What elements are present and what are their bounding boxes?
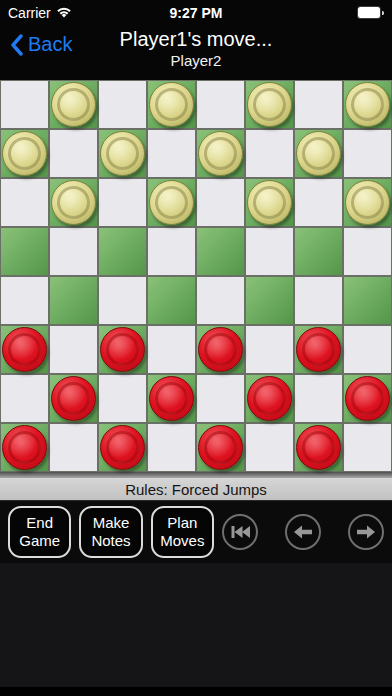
square-b2[interactable]: [49, 374, 98, 423]
square-b8[interactable]: [49, 80, 98, 129]
square-g5[interactable]: [294, 227, 343, 276]
square-a7[interactable]: [0, 129, 49, 178]
red-piece[interactable]: [296, 425, 341, 470]
square-h2[interactable]: [343, 374, 392, 423]
square-h5[interactable]: [343, 227, 392, 276]
square-h6[interactable]: [343, 178, 392, 227]
square-b7[interactable]: [49, 129, 98, 178]
square-d5[interactable]: [147, 227, 196, 276]
plan-moves-label: Plan Moves: [158, 514, 207, 550]
make-notes-label: Make Notes: [86, 514, 135, 550]
square-a6[interactable]: [0, 178, 49, 227]
bottom-filler: [0, 563, 392, 687]
red-piece[interactable]: [247, 376, 292, 421]
board: [0, 80, 392, 472]
square-b3[interactable]: [49, 325, 98, 374]
square-a3[interactable]: [0, 325, 49, 374]
square-g4[interactable]: [294, 276, 343, 325]
red-piece[interactable]: [51, 376, 96, 421]
red-piece[interactable]: [149, 376, 194, 421]
square-h1[interactable]: [343, 423, 392, 472]
square-c4[interactable]: [98, 276, 147, 325]
yellow-piece[interactable]: [149, 82, 194, 127]
page-subtitle: Player2: [0, 53, 392, 70]
yellow-piece[interactable]: [247, 180, 292, 225]
red-piece[interactable]: [100, 327, 145, 372]
skip-to-start-icon: [230, 525, 251, 539]
square-e4[interactable]: [196, 276, 245, 325]
red-piece[interactable]: [198, 327, 243, 372]
square-d4[interactable]: [147, 276, 196, 325]
square-e1[interactable]: [196, 423, 245, 472]
yellow-piece[interactable]: [198, 131, 243, 176]
yellow-piece[interactable]: [2, 131, 47, 176]
square-b1[interactable]: [49, 423, 98, 472]
square-f4[interactable]: [245, 276, 294, 325]
square-g7[interactable]: [294, 129, 343, 178]
red-piece[interactable]: [2, 425, 47, 470]
rules-bar: Rules: Forced Jumps: [0, 478, 392, 501]
square-f8[interactable]: [245, 80, 294, 129]
square-a4[interactable]: [0, 276, 49, 325]
square-d2[interactable]: [147, 374, 196, 423]
square-a8[interactable]: [0, 80, 49, 129]
square-f1[interactable]: [245, 423, 294, 472]
square-h4[interactable]: [343, 276, 392, 325]
square-f5[interactable]: [245, 227, 294, 276]
square-g6[interactable]: [294, 178, 343, 227]
end-game-button[interactable]: End Game: [8, 506, 71, 558]
square-a1[interactable]: [0, 423, 49, 472]
square-a2[interactable]: [0, 374, 49, 423]
battery-icon: [358, 7, 384, 18]
yellow-piece[interactable]: [149, 180, 194, 225]
checkers-app: Carrier 9:27 PM Back Player1's move... P…: [0, 0, 392, 696]
status-bar: Carrier 9:27 PM: [0, 0, 392, 25]
square-d3[interactable]: [147, 325, 196, 374]
square-e2[interactable]: [196, 374, 245, 423]
yellow-piece[interactable]: [345, 82, 390, 127]
square-e6[interactable]: [196, 178, 245, 227]
square-c8[interactable]: [98, 80, 147, 129]
square-f3[interactable]: [245, 325, 294, 374]
square-c1[interactable]: [98, 423, 147, 472]
square-c5[interactable]: [98, 227, 147, 276]
step-back-button[interactable]: [285, 514, 321, 550]
step-forward-button[interactable]: [348, 514, 384, 550]
square-d6[interactable]: [147, 178, 196, 227]
step-back-icon: [293, 525, 313, 539]
square-c3[interactable]: [98, 325, 147, 374]
rules-text: Rules: Forced Jumps: [125, 481, 267, 498]
yellow-piece[interactable]: [247, 82, 292, 127]
square-h7[interactable]: [343, 129, 392, 178]
square-d7[interactable]: [147, 129, 196, 178]
square-b5[interactable]: [49, 227, 98, 276]
square-e7[interactable]: [196, 129, 245, 178]
red-piece[interactable]: [345, 376, 390, 421]
yellow-piece[interactable]: [51, 180, 96, 225]
skip-to-start-button[interactable]: [222, 514, 258, 550]
square-d1[interactable]: [147, 423, 196, 472]
square-h8[interactable]: [343, 80, 392, 129]
square-g2[interactable]: [294, 374, 343, 423]
clock: 9:27 PM: [0, 5, 392, 21]
nav-bar: Back Player1's move... Player2: [0, 25, 392, 80]
square-f2[interactable]: [245, 374, 294, 423]
step-forward-icon: [356, 525, 376, 539]
square-c2[interactable]: [98, 374, 147, 423]
red-piece[interactable]: [198, 425, 243, 470]
yellow-piece[interactable]: [100, 131, 145, 176]
yellow-piece[interactable]: [296, 131, 341, 176]
square-g8[interactable]: [294, 80, 343, 129]
plan-moves-button[interactable]: Plan Moves: [151, 506, 214, 558]
bottom-edge: [0, 687, 392, 696]
red-piece[interactable]: [100, 425, 145, 470]
yellow-piece[interactable]: [51, 82, 96, 127]
square-c6[interactable]: [98, 178, 147, 227]
square-d8[interactable]: [147, 80, 196, 129]
end-game-label: End Game: [15, 514, 64, 550]
square-e3[interactable]: [196, 325, 245, 374]
square-e8[interactable]: [196, 80, 245, 129]
square-g1[interactable]: [294, 423, 343, 472]
yellow-piece[interactable]: [345, 180, 390, 225]
square-e5[interactable]: [196, 227, 245, 276]
page-title: Player1's move...: [0, 28, 392, 50]
square-h3[interactable]: [343, 325, 392, 374]
square-g3[interactable]: [294, 325, 343, 374]
red-piece[interactable]: [296, 327, 341, 372]
square-f7[interactable]: [245, 129, 294, 178]
square-a5[interactable]: [0, 227, 49, 276]
square-b4[interactable]: [49, 276, 98, 325]
make-notes-button[interactable]: Make Notes: [79, 506, 142, 558]
toolbar: End Game Make Notes Plan Moves: [0, 501, 392, 563]
red-piece[interactable]: [2, 327, 47, 372]
square-c7[interactable]: [98, 129, 147, 178]
square-b6[interactable]: [49, 178, 98, 227]
square-f6[interactable]: [245, 178, 294, 227]
